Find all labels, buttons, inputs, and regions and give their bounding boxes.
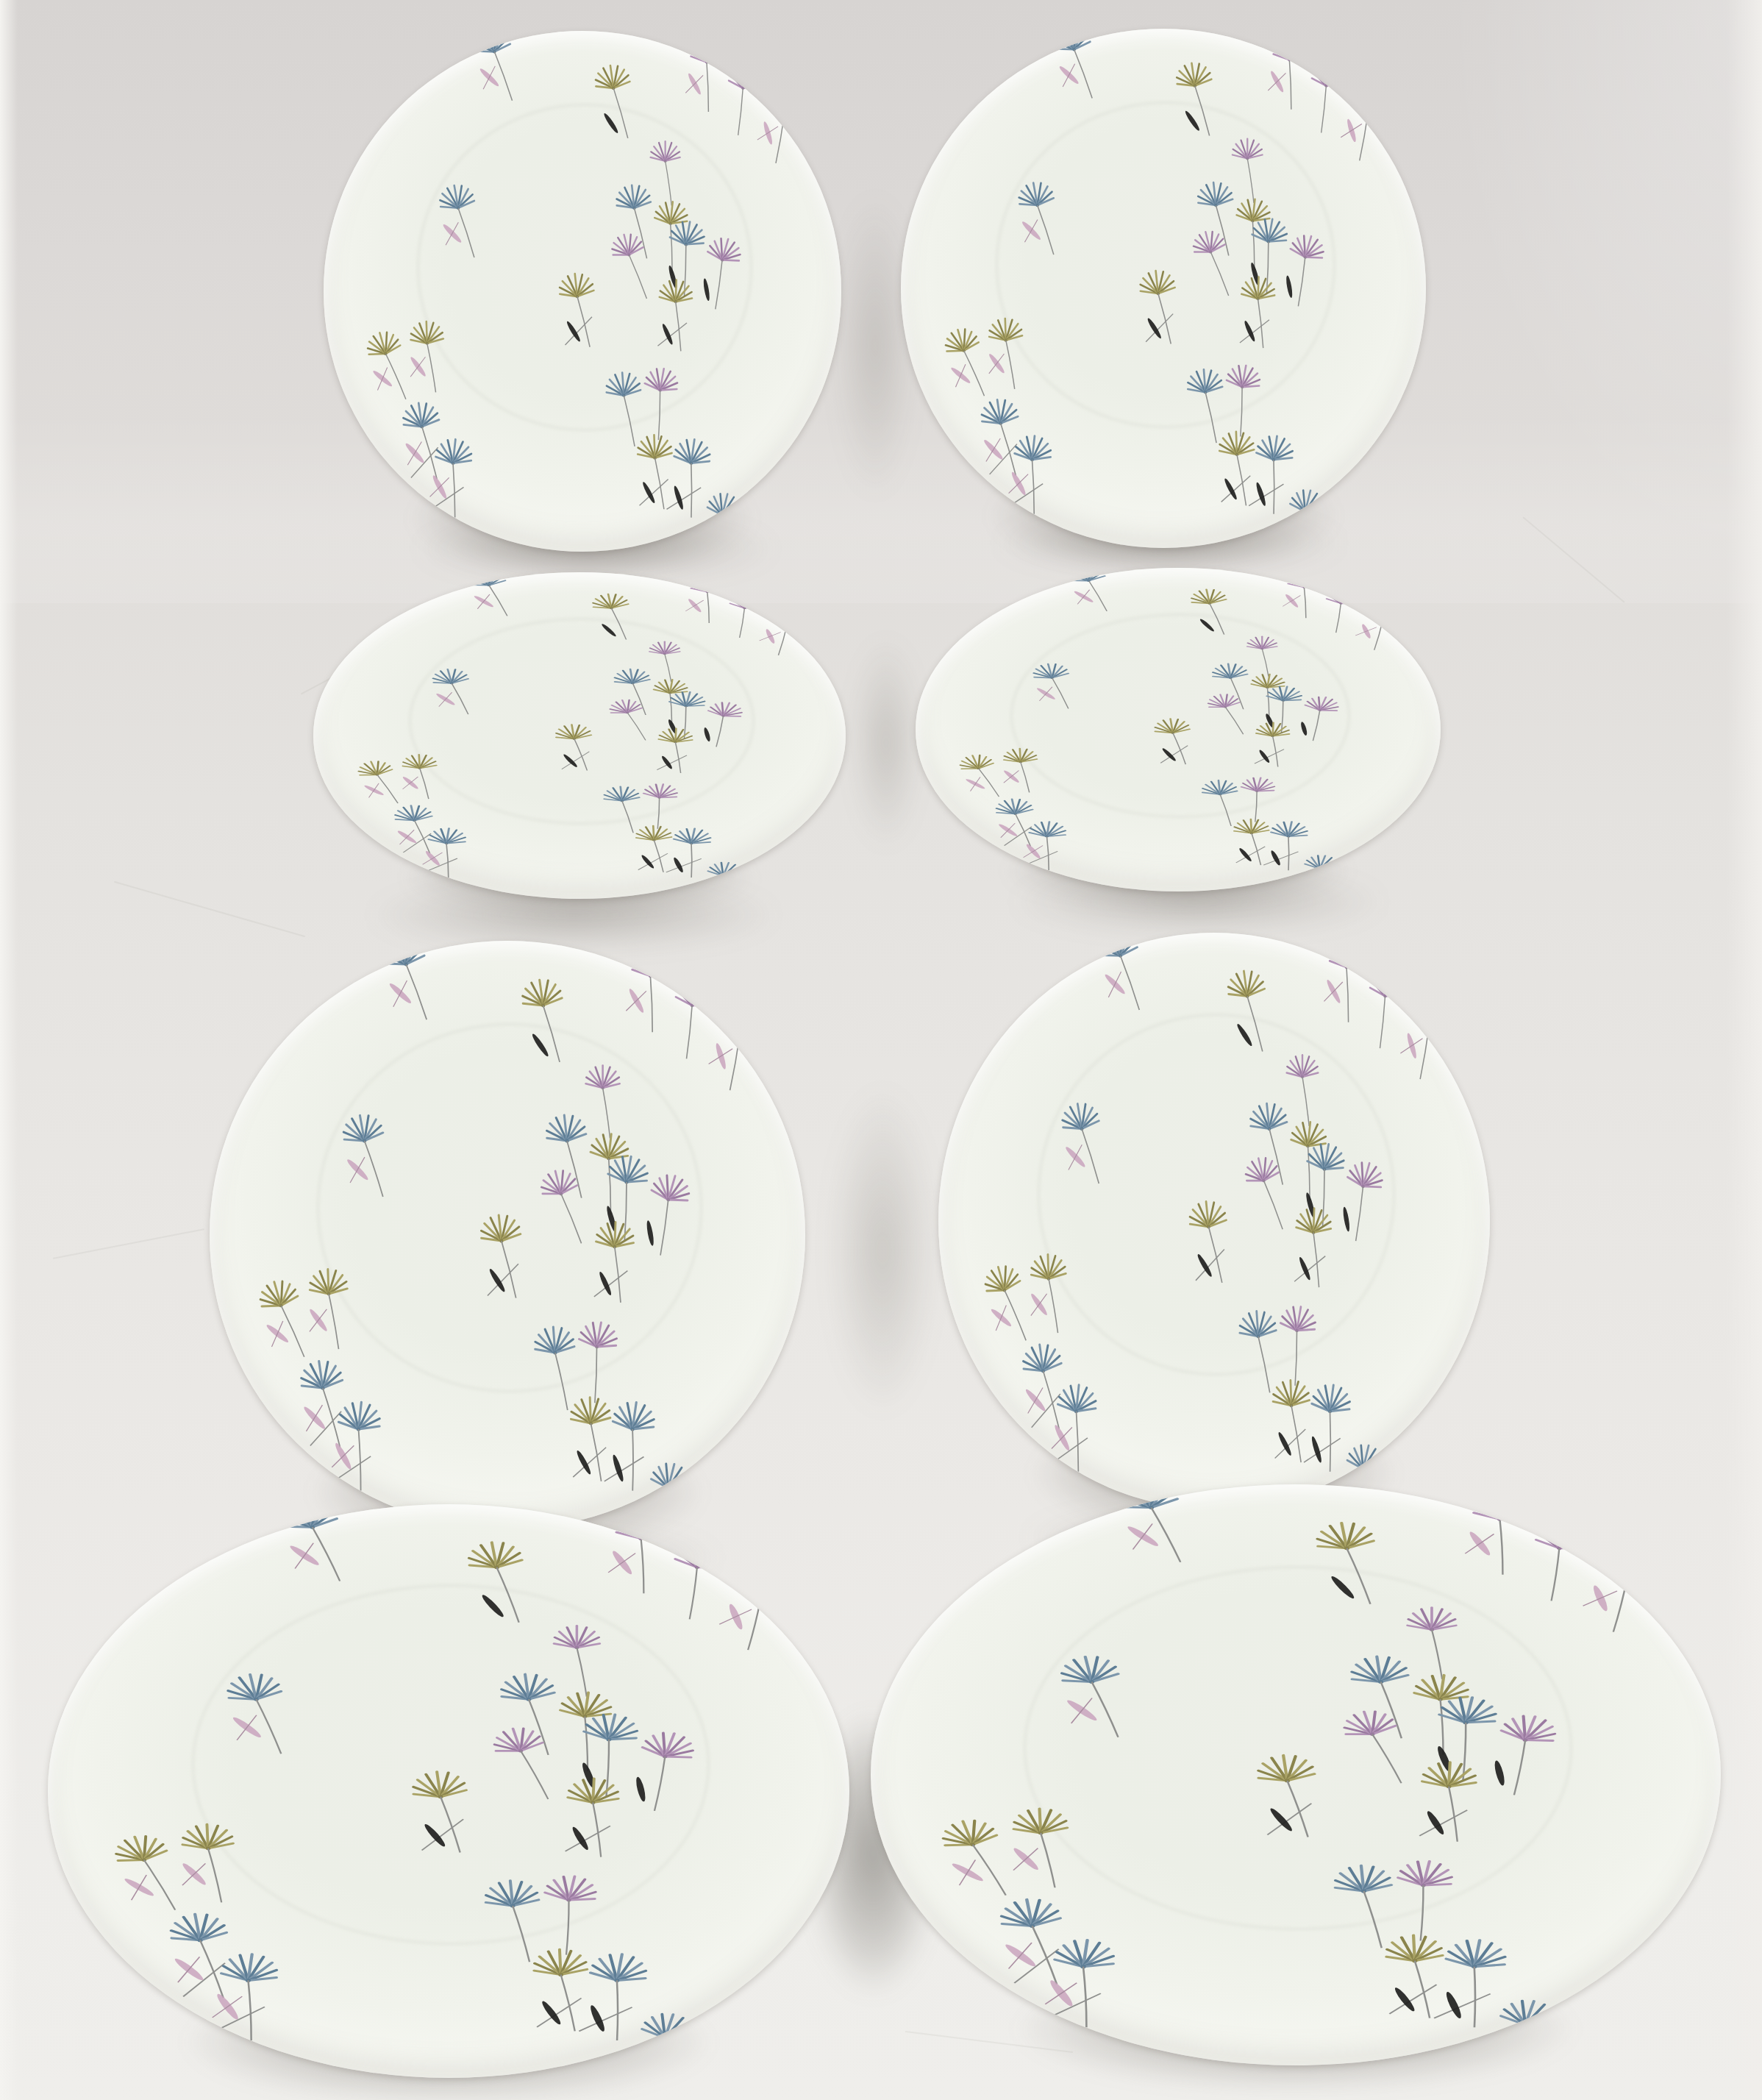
flower-sprig xyxy=(534,1325,579,1412)
flower-sprig xyxy=(254,1277,315,1365)
flower-sprig xyxy=(490,1724,562,1805)
flower-sprig xyxy=(1188,1200,1232,1286)
flower-sprig xyxy=(1217,363,1262,438)
flower-sprig xyxy=(307,1269,349,1350)
floral-decal xyxy=(48,1504,849,2078)
flower-sprig xyxy=(693,700,746,749)
flower-sprig xyxy=(428,667,478,717)
flower-sprig xyxy=(1242,216,1289,296)
flower-sprig xyxy=(683,38,725,113)
flower-sprig xyxy=(1385,1935,1446,2019)
flower-sprig xyxy=(623,950,671,1033)
flower-sprig xyxy=(390,804,440,855)
floral-decal xyxy=(938,933,1490,1509)
flower-sprig xyxy=(1248,433,1295,515)
flower-sprig xyxy=(1433,1937,1509,2029)
plate-row3-right xyxy=(938,933,1490,1509)
flower-sprig xyxy=(1029,662,1078,711)
flower-sprig xyxy=(410,1770,475,1855)
flower-sprig xyxy=(1018,1342,1069,1433)
plate-row3-left xyxy=(210,941,805,1529)
floral-decal xyxy=(916,568,1441,891)
flower-sprig xyxy=(466,1540,534,1626)
backdrop-scratch xyxy=(53,1228,205,1259)
flower-sprig xyxy=(1276,232,1327,309)
flower-sprig xyxy=(933,1816,1020,1903)
flower-sprig xyxy=(1477,1712,1561,1798)
flower-sprig xyxy=(558,272,600,350)
flower-sprig xyxy=(1233,819,1271,866)
flower-sprig xyxy=(666,437,713,519)
flower-sprig xyxy=(1424,1694,1500,1782)
flower-sprig xyxy=(1335,85,1391,163)
flower-sprig xyxy=(565,1778,619,1857)
flower-sprig xyxy=(955,752,1008,801)
flower-sprig xyxy=(634,783,680,830)
flower-sprig xyxy=(604,1400,657,1492)
flower-sprig xyxy=(1297,1141,1347,1228)
flower-sprig xyxy=(607,697,654,743)
flower-sprig xyxy=(1321,941,1366,1023)
flower-sprig xyxy=(1138,269,1181,346)
flower-sprig xyxy=(940,325,994,403)
flower-sprig xyxy=(221,1671,296,1759)
floral-decal xyxy=(324,31,841,552)
flower-sprig xyxy=(1233,139,1263,203)
flower-sprig xyxy=(753,608,810,657)
column-gap-shadow xyxy=(846,611,927,875)
flower-sprig xyxy=(1232,776,1277,823)
flower-sprig xyxy=(569,1712,641,1799)
flower-sprig xyxy=(1054,1654,1134,1743)
flower-sprig xyxy=(1050,29,1102,104)
flower-sprig xyxy=(533,1948,590,2032)
flower-sprig xyxy=(1242,1154,1291,1235)
flower-sprig xyxy=(1291,694,1342,742)
flower-sprig xyxy=(586,1066,620,1139)
flower-sprig xyxy=(1461,1492,1530,1576)
studio-photo-scene xyxy=(0,0,1762,2100)
flower-sprig xyxy=(1287,1055,1319,1126)
flower-sprig xyxy=(1271,1303,1318,1387)
flower-sprig xyxy=(635,366,680,441)
flower-sprig xyxy=(594,1222,635,1303)
flower-sprig xyxy=(635,1171,693,1259)
column-gap-shadow xyxy=(816,1044,949,1456)
flower-sprig xyxy=(657,280,693,352)
flower-sprig xyxy=(1257,685,1304,734)
flower-sprig xyxy=(657,728,693,774)
flower-sprig xyxy=(479,1213,527,1300)
flower-sprig xyxy=(1303,1382,1352,1473)
backdrop-right-edge xyxy=(1727,0,1762,2100)
flower-sprig xyxy=(1174,61,1219,139)
flower-sprig xyxy=(1266,36,1308,110)
flower-sprig xyxy=(1255,722,1290,767)
flower-sprig xyxy=(994,1897,1074,1989)
flower-sprig xyxy=(662,978,716,1061)
flower-sprig xyxy=(1263,820,1310,871)
flower-sprig xyxy=(1201,780,1241,827)
flower-sprig xyxy=(338,1112,393,1202)
flower-sprig xyxy=(484,1879,545,1964)
flower-sprig xyxy=(570,1397,612,1482)
flower-sprig xyxy=(1394,995,1453,1082)
flower-sprig xyxy=(651,141,680,205)
flower-sprig xyxy=(1153,718,1196,766)
floral-decal xyxy=(210,941,805,1529)
flower-sprig xyxy=(609,231,655,305)
flower-sprig xyxy=(593,63,638,142)
plate-row2-left xyxy=(313,572,846,899)
flower-sprig xyxy=(1009,1808,1070,1889)
floral-decal xyxy=(901,29,1426,548)
flower-sprig xyxy=(991,797,1041,849)
backdrop-scratch xyxy=(114,881,305,937)
flower-sprig xyxy=(1339,1707,1416,1789)
flower-sprig xyxy=(620,1729,699,1814)
flower-sprig xyxy=(1001,748,1039,793)
flower-sprig xyxy=(1219,431,1256,507)
floral-decal xyxy=(871,1484,1721,2065)
flower-sprig xyxy=(977,397,1026,480)
backdrop-left-edge xyxy=(0,0,18,2100)
flower-sprig xyxy=(603,786,643,833)
flower-sprig xyxy=(666,827,713,878)
flower-sprig xyxy=(979,1262,1035,1348)
flower-sprig xyxy=(1191,228,1238,301)
flower-sprig xyxy=(1419,1762,1477,1843)
plate-row2-right xyxy=(916,568,1441,891)
flower-sprig xyxy=(178,1823,236,1903)
plate-row4-left xyxy=(48,1504,849,2078)
plate-row4-right xyxy=(871,1484,1721,2065)
flower-sprig xyxy=(554,1626,599,1696)
flower-sprig xyxy=(693,235,743,312)
flower-sprig xyxy=(1332,1158,1386,1244)
flower-sprig xyxy=(605,371,644,448)
flower-sprig xyxy=(400,754,438,800)
flower-sprig xyxy=(1272,1380,1311,1464)
flower-sprig xyxy=(435,182,484,262)
flower-sprig xyxy=(1186,369,1226,445)
flower-sprig xyxy=(1314,1520,1387,1608)
flower-sprig xyxy=(637,435,674,510)
flower-sprig xyxy=(471,31,522,106)
flower-sprig xyxy=(1240,277,1275,349)
flower-sprig xyxy=(1189,588,1234,636)
flower-sprig xyxy=(1357,969,1406,1050)
flower-sprig xyxy=(578,1951,649,2042)
flower-sprig xyxy=(597,1153,651,1243)
flower-sprig xyxy=(1294,1208,1332,1288)
flower-sprig xyxy=(407,321,445,393)
flower-sprig xyxy=(1028,1254,1068,1334)
flower-sprig xyxy=(1299,62,1347,135)
plate-row1-right xyxy=(901,29,1426,548)
flower-sprig xyxy=(1333,1865,1398,1950)
flower-sprig xyxy=(1226,968,1273,1055)
flower-sprig xyxy=(1205,692,1252,738)
flower-sprig xyxy=(554,723,597,772)
flower-sprig xyxy=(1408,1607,1456,1679)
flower-sprig xyxy=(353,758,407,808)
flower-sprig xyxy=(1247,636,1277,676)
flower-sprig xyxy=(379,941,438,1026)
flower-sprig xyxy=(568,1320,619,1405)
flower-sprig xyxy=(1574,1548,1664,1635)
flower-sprig xyxy=(1238,1310,1280,1395)
flower-sprig xyxy=(1516,1522,1593,1604)
flower-sprig xyxy=(660,219,707,299)
flower-sprig xyxy=(1014,179,1063,259)
flower-sprig xyxy=(986,318,1024,390)
plate-row1-left xyxy=(324,31,841,552)
flower-sprig xyxy=(1383,1858,1456,1943)
flower-sprig xyxy=(107,1832,190,1918)
flower-sprig xyxy=(164,1912,239,2002)
flower-sprig xyxy=(716,64,763,138)
flower-sprig xyxy=(520,977,571,1066)
flower-sprig xyxy=(1349,603,1405,652)
flower-sprig xyxy=(752,88,807,166)
flower-sprig xyxy=(531,1873,599,1957)
flower-sprig xyxy=(635,825,673,872)
flower-sprig xyxy=(1057,1100,1109,1189)
flower-sprig xyxy=(362,328,415,406)
floral-decal xyxy=(313,572,846,899)
flower-sprig xyxy=(1255,1754,1324,1840)
flower-sprig xyxy=(660,690,707,740)
flower-sprig xyxy=(591,592,636,641)
flower-sprig xyxy=(399,400,447,483)
flower-sprig xyxy=(649,641,680,682)
flower-sprig xyxy=(296,1359,352,1452)
flower-sprig xyxy=(538,1167,591,1250)
flower-sprig xyxy=(702,1005,766,1094)
flower-sprig xyxy=(1095,933,1149,1016)
